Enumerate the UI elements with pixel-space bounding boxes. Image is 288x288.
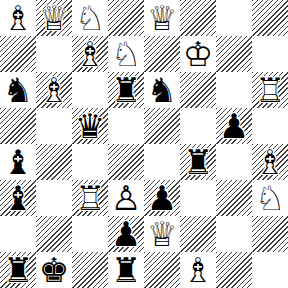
piece-black-pawn-icon: ♟ <box>108 216 144 252</box>
piece-halo: ♞ <box>252 180 288 216</box>
square-d8[interactable] <box>108 0 144 36</box>
square-g6[interactable] <box>216 72 252 108</box>
square-f6[interactable] <box>180 72 216 108</box>
square-g3[interactable] <box>216 180 252 216</box>
square-d2[interactable]: ♟♟ <box>108 216 144 252</box>
square-a6[interactable]: ♞♞ <box>0 72 36 108</box>
piece-halo: ♝ <box>0 180 36 216</box>
square-c2[interactable] <box>72 216 108 252</box>
square-h7[interactable] <box>252 36 288 72</box>
piece-halo: ♚ <box>180 36 216 72</box>
square-a4[interactable]: ♝♝ <box>0 144 36 180</box>
piece-halo: ♛ <box>72 108 108 144</box>
piece-white-bishop-icon: ♗ <box>180 252 216 288</box>
piece-halo: ♝ <box>36 72 72 108</box>
square-h1[interactable] <box>252 252 288 288</box>
square-a1[interactable]: ♜♜ <box>0 252 36 288</box>
piece-halo: ♞ <box>108 36 144 72</box>
square-f2[interactable] <box>180 216 216 252</box>
square-e3[interactable]: ♟♟ <box>144 180 180 216</box>
piece-white-bishop-icon: ♗ <box>72 36 108 72</box>
square-e6[interactable]: ♞♞ <box>144 72 180 108</box>
square-f4[interactable]: ♜♜ <box>180 144 216 180</box>
square-d7[interactable]: ♞♘ <box>108 36 144 72</box>
square-e8[interactable]: ♛♕ <box>144 0 180 36</box>
square-a5[interactable] <box>0 108 36 144</box>
square-e4[interactable] <box>144 144 180 180</box>
square-g4[interactable] <box>216 144 252 180</box>
piece-halo: ♛ <box>144 216 180 252</box>
square-a8[interactable]: ♝♗ <box>0 0 36 36</box>
piece-halo: ♛ <box>36 0 72 36</box>
square-g1[interactable] <box>216 252 252 288</box>
piece-black-rook-icon: ♜ <box>180 144 216 180</box>
piece-black-knight-icon: ♞ <box>0 72 36 108</box>
square-g7[interactable] <box>216 36 252 72</box>
square-e2[interactable]: ♛♕ <box>144 216 180 252</box>
square-b4[interactable] <box>36 144 72 180</box>
piece-white-knight-icon: ♘ <box>108 36 144 72</box>
piece-black-bishop-icon: ♝ <box>0 144 36 180</box>
square-b1[interactable]: ♚♚ <box>36 252 72 288</box>
piece-halo: ♝ <box>0 144 36 180</box>
piece-white-pawn-icon: ♙ <box>108 180 144 216</box>
square-h5[interactable] <box>252 108 288 144</box>
piece-black-knight-icon: ♞ <box>144 72 180 108</box>
square-e7[interactable] <box>144 36 180 72</box>
square-f7[interactable]: ♚♔ <box>180 36 216 72</box>
square-g5[interactable]: ♟♟ <box>216 108 252 144</box>
piece-halo: ♛ <box>144 0 180 36</box>
piece-white-queen-icon: ♕ <box>144 0 180 36</box>
square-a2[interactable] <box>0 216 36 252</box>
piece-white-bishop-icon: ♗ <box>252 144 288 180</box>
piece-halo: ♞ <box>144 72 180 108</box>
piece-halo: ♜ <box>180 144 216 180</box>
square-h4[interactable]: ♝♗ <box>252 144 288 180</box>
piece-black-king-icon: ♚ <box>36 252 72 288</box>
piece-halo: ♝ <box>180 252 216 288</box>
square-e1[interactable] <box>144 252 180 288</box>
square-d4[interactable] <box>108 144 144 180</box>
square-h3[interactable]: ♞♘ <box>252 180 288 216</box>
piece-white-queen-icon: ♕ <box>36 0 72 36</box>
square-c8[interactable]: ♞♘ <box>72 0 108 36</box>
piece-white-rook-icon: ♖ <box>252 72 288 108</box>
piece-black-pawn-icon: ♟ <box>216 108 252 144</box>
piece-halo: ♜ <box>252 72 288 108</box>
piece-white-bishop-icon: ♗ <box>0 0 36 36</box>
square-e5[interactable] <box>144 108 180 144</box>
square-f5[interactable] <box>180 108 216 144</box>
square-b3[interactable] <box>36 180 72 216</box>
square-d6[interactable]: ♜♜ <box>108 72 144 108</box>
piece-halo: ♟ <box>108 216 144 252</box>
square-h2[interactable] <box>252 216 288 252</box>
square-b5[interactable] <box>36 108 72 144</box>
piece-halo: ♜ <box>108 72 144 108</box>
square-b2[interactable] <box>36 216 72 252</box>
square-d3[interactable]: ♟♙ <box>108 180 144 216</box>
square-c1[interactable] <box>72 252 108 288</box>
piece-white-knight-icon: ♘ <box>252 180 288 216</box>
square-h6[interactable]: ♜♖ <box>252 72 288 108</box>
square-g8[interactable] <box>216 0 252 36</box>
square-f8[interactable] <box>180 0 216 36</box>
piece-black-rook-icon: ♜ <box>108 72 144 108</box>
piece-halo: ♟ <box>108 180 144 216</box>
piece-white-knight-icon: ♘ <box>72 0 108 36</box>
square-h8[interactable] <box>252 0 288 36</box>
square-f1[interactable]: ♝♗ <box>180 252 216 288</box>
square-c7[interactable]: ♝♗ <box>72 36 108 72</box>
square-d1[interactable]: ♜♜ <box>108 252 144 288</box>
piece-halo: ♜ <box>0 252 36 288</box>
piece-halo: ♞ <box>0 72 36 108</box>
piece-white-queen-icon: ♕ <box>144 216 180 252</box>
piece-halo: ♝ <box>0 0 36 36</box>
piece-white-rook-icon: ♖ <box>72 180 108 216</box>
piece-white-king-icon: ♔ <box>180 36 216 72</box>
square-c5[interactable]: ♛♛ <box>72 108 108 144</box>
square-c6[interactable] <box>72 72 108 108</box>
piece-black-rook-icon: ♜ <box>108 252 144 288</box>
piece-halo: ♜ <box>108 252 144 288</box>
piece-halo: ♞ <box>72 0 108 36</box>
square-b8[interactable]: ♛♕ <box>36 0 72 36</box>
piece-halo: ♟ <box>144 180 180 216</box>
piece-black-rook-icon: ♜ <box>0 252 36 288</box>
square-c3[interactable]: ♜♖ <box>72 180 108 216</box>
square-a7[interactable] <box>0 36 36 72</box>
chess-board: ♝♗♛♕♞♘♛♕♝♗♞♘♚♔♞♞♝♗♜♜♞♞♜♖♛♛♟♟♝♝♜♜♝♗♝♝♜♖♟♙… <box>0 0 288 288</box>
square-b6[interactable]: ♝♗ <box>36 72 72 108</box>
piece-white-bishop-icon: ♗ <box>36 72 72 108</box>
square-f3[interactable] <box>180 180 216 216</box>
piece-halo: ♝ <box>72 36 108 72</box>
piece-halo: ♜ <box>72 180 108 216</box>
piece-halo: ♚ <box>36 252 72 288</box>
square-c4[interactable] <box>72 144 108 180</box>
piece-halo: ♟ <box>216 108 252 144</box>
piece-halo: ♝ <box>252 144 288 180</box>
piece-black-queen-icon: ♛ <box>72 108 108 144</box>
square-a3[interactable]: ♝♝ <box>0 180 36 216</box>
piece-black-pawn-icon: ♟ <box>144 180 180 216</box>
square-d5[interactable] <box>108 108 144 144</box>
square-b7[interactable] <box>36 36 72 72</box>
square-g2[interactable] <box>216 216 252 252</box>
piece-black-bishop-icon: ♝ <box>0 180 36 216</box>
